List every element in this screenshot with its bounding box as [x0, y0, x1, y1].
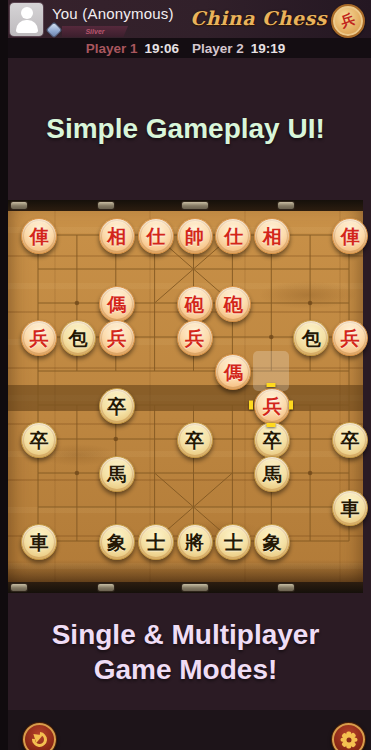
- piece-black-elephant[interactable]: 象: [254, 524, 290, 560]
- piece-black-soldier[interactable]: 卒: [99, 388, 135, 424]
- piece-black-horse[interactable]: 馬: [99, 456, 135, 492]
- avatar[interactable]: [10, 3, 43, 36]
- settings-button[interactable]: [332, 723, 365, 750]
- last-move-from-highlight: [253, 351, 289, 391]
- clamp-icon: [98, 202, 114, 209]
- piece-red-elephant[interactable]: 相: [99, 218, 135, 254]
- player2-clock: 19:19: [251, 41, 286, 56]
- player1-clock: 19:06: [144, 41, 179, 56]
- piece-black-chariot[interactable]: 車: [332, 490, 368, 526]
- piece-red-chariot[interactable]: 俥: [332, 218, 368, 254]
- piece-black-chariot[interactable]: 車: [21, 524, 57, 560]
- left-edge-strip: [0, 0, 8, 750]
- clamp-icon: [278, 202, 294, 209]
- piece-black-advisor[interactable]: 士: [138, 524, 174, 560]
- piece-black-general[interactable]: 將: [177, 524, 213, 560]
- xiangqi-board[interactable]: 俥相仕帥仕相俥傌砲砲兵包兵兵包兵傌卒兵卒卒卒卒馬馬車車象士將士象: [8, 200, 363, 593]
- piece-black-cannon[interactable]: 包: [60, 320, 96, 356]
- avatar-person-icon: [21, 7, 33, 19]
- clamp-icon: [11, 584, 27, 591]
- clamp-icon: [182, 202, 208, 209]
- banner-top: Simple Gameplay UI!: [0, 58, 371, 200]
- clamp-icon: [182, 584, 208, 591]
- undo-button[interactable]: [23, 723, 56, 750]
- banner-top-text: Simple Gameplay UI!: [46, 113, 325, 145]
- clamp-icon: [98, 584, 114, 591]
- piece-red-soldier[interactable]: 兵: [177, 320, 213, 356]
- app-logo-piece-icon: 兵: [331, 4, 365, 38]
- app-screen: You (Anonymous) Silver China Chess 兵 Pla…: [0, 0, 371, 750]
- piece-black-soldier[interactable]: 卒: [177, 422, 213, 458]
- piece-red-soldier[interactable]: 兵: [332, 320, 368, 356]
- piece-red-soldier[interactable]: 兵: [254, 388, 290, 424]
- gear-icon: [340, 731, 357, 748]
- rank-label: Silver: [62, 26, 128, 37]
- piece-black-soldier[interactable]: 卒: [254, 422, 290, 458]
- piece-black-soldier[interactable]: 卒: [332, 422, 368, 458]
- piece-red-chariot[interactable]: 俥: [21, 218, 57, 254]
- piece-red-general[interactable]: 帥: [177, 218, 213, 254]
- rank-gem-icon: [47, 23, 61, 37]
- avatar-person-icon-body: [16, 20, 38, 33]
- rank-badge: Silver: [62, 26, 128, 37]
- banner-bottom-line1: Single & Multiplayer: [52, 617, 320, 652]
- piece-red-horse[interactable]: 傌: [99, 286, 135, 322]
- player1-label: Player 1: [86, 41, 138, 56]
- piece-black-cannon[interactable]: 包: [293, 320, 329, 356]
- status-bar: Player 1 19:06 Player 2 19:19: [0, 38, 371, 58]
- board-bottom-edge: [8, 582, 363, 593]
- board-top-edge: [8, 200, 363, 211]
- clamp-icon: [11, 202, 27, 209]
- banner-bottom: Single & Multiplayer Game Modes!: [0, 593, 371, 710]
- piece-red-advisor[interactable]: 仕: [138, 218, 174, 254]
- piece-red-cannon[interactable]: 砲: [177, 286, 213, 322]
- piece-red-soldier[interactable]: 兵: [99, 320, 135, 356]
- piece-black-soldier[interactable]: 卒: [21, 422, 57, 458]
- clamp-icon: [278, 584, 294, 591]
- player-name: You (Anonymous): [52, 5, 174, 22]
- undo-arrow-icon: [31, 731, 48, 748]
- piece-red-elephant[interactable]: 相: [254, 218, 290, 254]
- piece-black-horse[interactable]: 馬: [254, 456, 290, 492]
- player2-label: Player 2: [192, 41, 244, 56]
- piece-red-soldier[interactable]: 兵: [21, 320, 57, 356]
- app-logo-text: China Chess: [190, 7, 327, 29]
- footer-bar: [0, 710, 371, 750]
- banner-bottom-line2: Game Modes!: [94, 652, 278, 687]
- top-bar: You (Anonymous) Silver China Chess 兵: [0, 0, 371, 38]
- piece-black-elephant[interactable]: 象: [99, 524, 135, 560]
